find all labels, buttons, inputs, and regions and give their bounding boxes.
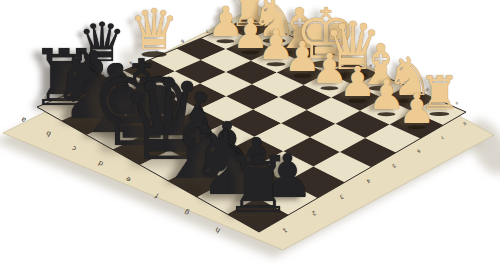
rank-label-left-3: 3 — [101, 71, 106, 77]
white-extra-queen-shadow — [119, 51, 153, 62]
file-label-far-e: e — [368, 63, 373, 69]
product-photo-chess-set: aabbccddeeffgghh1122334455667788 ♜♞♝♚♛♝♞… — [0, 0, 500, 267]
rank-label-left-1: 1 — [43, 95, 48, 101]
file-label-far-h: h — [454, 100, 459, 106]
chess-board: aabbccddeeffgghh1122334455667788 — [0, 0, 500, 267]
rank-label-left-4: 4 — [128, 60, 133, 66]
file-label-far-f: f — [396, 75, 400, 80]
rank-label-left-2: 2 — [73, 83, 78, 89]
rank-label-left-6: 6 — [180, 38, 185, 44]
black-extra-queen-shadow — [70, 64, 100, 74]
file-label-far-g: g — [424, 87, 429, 93]
rank-label-left-5: 5 — [155, 49, 160, 55]
